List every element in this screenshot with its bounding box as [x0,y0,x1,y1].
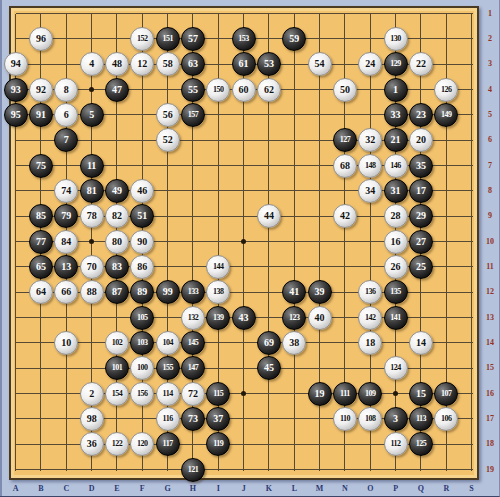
stone-52: 52 [156,128,180,152]
stone-59: 59 [282,27,306,51]
stone-75: 75 [29,154,53,178]
stone-98: 98 [80,407,104,431]
stone-107: 107 [434,382,458,406]
stone-61: 61 [232,52,256,76]
column-label: S [465,484,479,493]
row-label: 8 [482,186,498,195]
stone-5: 5 [80,103,104,127]
stone-111: 111 [333,382,357,406]
stone-139: 139 [206,306,230,330]
stone-114: 114 [156,382,180,406]
stone-43: 43 [232,306,256,330]
row-label: 9 [482,211,498,220]
star-point [393,391,398,396]
stone-44: 44 [257,204,281,228]
stone-65: 65 [29,255,53,279]
stone-108: 108 [358,407,382,431]
stone-68: 68 [333,154,357,178]
stone-126: 126 [434,78,458,102]
stone-83: 83 [105,255,129,279]
stone-81: 81 [80,179,104,203]
column-label: B [34,484,48,493]
stone-149: 149 [434,103,458,127]
stone-49: 49 [105,179,129,203]
row-label: 11 [482,262,498,271]
stone-127: 127 [333,128,357,152]
stone-2: 2 [80,382,104,406]
stone-6: 6 [54,103,78,127]
stone-58: 58 [156,52,180,76]
row-label: 18 [482,439,498,448]
stone-8: 8 [54,78,78,102]
stone-90: 90 [130,230,154,254]
grid-line-horizontal [16,342,473,343]
stone-21: 21 [384,128,408,152]
stone-105: 105 [130,306,154,330]
row-label: 1 [482,9,498,18]
stone-16: 16 [384,230,408,254]
row-label: 2 [482,34,498,43]
stone-3: 3 [384,407,408,431]
stone-1: 1 [384,78,408,102]
stone-95: 95 [4,103,28,127]
stone-132: 132 [181,306,205,330]
stone-42: 42 [333,204,357,228]
stone-13: 13 [54,255,78,279]
stone-144: 144 [206,255,230,279]
stone-4: 4 [80,52,104,76]
stone-129: 129 [384,52,408,76]
grid-line-horizontal [16,469,473,470]
stone-88: 88 [80,280,104,304]
column-label: M [313,484,327,493]
stone-57: 57 [181,27,205,51]
stone-50: 50 [333,78,357,102]
stone-77: 77 [29,230,53,254]
stone-157: 157 [181,103,205,127]
stone-69: 69 [257,331,281,355]
column-label: L [287,484,301,493]
row-label: 6 [482,135,498,144]
stone-135: 135 [384,280,408,304]
stone-25: 25 [409,255,433,279]
stone-146: 146 [384,154,408,178]
column-label: D [85,484,99,493]
stone-78: 78 [80,204,104,228]
star-point [241,239,246,244]
stone-156: 156 [130,382,154,406]
stone-148: 148 [358,154,382,178]
stone-41: 41 [282,280,306,304]
stone-87: 87 [105,280,129,304]
board-frame: 9615215157153591309444812586361535424129… [0,0,500,497]
stone-125: 125 [409,432,433,456]
stone-7: 7 [54,128,78,152]
row-label: 4 [482,85,498,94]
stone-136: 136 [358,280,382,304]
stone-150: 150 [206,78,230,102]
stone-89: 89 [130,280,154,304]
stone-12: 12 [130,52,154,76]
stone-32: 32 [358,128,382,152]
stone-17: 17 [409,179,433,203]
column-label: Q [414,484,428,493]
row-label: 16 [482,389,498,398]
star-point [89,239,94,244]
stone-56: 56 [156,103,180,127]
stone-120: 120 [130,432,154,456]
column-label: F [135,484,149,493]
stone-117: 117 [156,432,180,456]
stone-40: 40 [308,306,332,330]
column-label: P [389,484,403,493]
stone-101: 101 [105,356,129,380]
stone-22: 22 [409,52,433,76]
column-label: G [161,484,175,493]
star-point [241,391,246,396]
stone-151: 151 [156,27,180,51]
row-label: 10 [482,237,498,246]
grid-line-vertical [294,14,295,471]
stone-39: 39 [308,280,332,304]
stone-152: 152 [130,27,154,51]
stone-63: 63 [181,52,205,76]
stone-28: 28 [384,204,408,228]
row-label: 7 [482,161,498,170]
stone-142: 142 [358,306,382,330]
stone-45: 45 [257,356,281,380]
row-label: 19 [482,465,498,474]
row-label: 17 [482,414,498,423]
column-label: I [211,484,225,493]
stone-24: 24 [358,52,382,76]
stone-18: 18 [358,331,382,355]
stone-147: 147 [181,356,205,380]
stone-115: 115 [206,382,230,406]
stone-91: 91 [29,103,53,127]
row-label: 15 [482,363,498,372]
stone-124: 124 [384,356,408,380]
stone-104: 104 [156,331,180,355]
column-label: C [59,484,73,493]
stone-54: 54 [308,52,332,76]
row-label: 5 [482,110,498,119]
stone-94: 94 [4,52,28,76]
stone-133: 133 [181,280,205,304]
stone-80: 80 [105,230,129,254]
stone-138: 138 [206,280,230,304]
grid-line-vertical [471,14,472,471]
stone-53: 53 [257,52,281,76]
stone-84: 84 [54,230,78,254]
stone-113: 113 [409,407,433,431]
stone-60: 60 [232,78,256,102]
stone-154: 154 [105,382,129,406]
column-label: E [110,484,124,493]
stone-31: 31 [384,179,408,203]
stone-74: 74 [54,179,78,203]
stone-34: 34 [358,179,382,203]
stone-38: 38 [282,331,306,355]
stone-121: 121 [181,458,205,482]
column-label: K [262,484,276,493]
stone-102: 102 [105,331,129,355]
stone-85: 85 [29,204,53,228]
stone-10: 10 [54,331,78,355]
stone-36: 36 [80,432,104,456]
stone-23: 23 [409,103,433,127]
stone-100: 100 [130,356,154,380]
column-label: A [9,484,23,493]
stone-130: 130 [384,27,408,51]
stone-106: 106 [434,407,458,431]
stone-122: 122 [105,432,129,456]
column-label: O [363,484,377,493]
stone-145: 145 [181,331,205,355]
stone-93: 93 [4,78,28,102]
stone-116: 116 [156,407,180,431]
row-label: 13 [482,313,498,322]
stone-47: 47 [105,78,129,102]
stone-20: 20 [409,128,433,152]
column-label: H [186,484,200,493]
stone-70: 70 [80,255,104,279]
stone-123: 123 [282,306,306,330]
stone-46: 46 [130,179,154,203]
stone-96: 96 [29,27,53,51]
stone-64: 64 [29,280,53,304]
stone-33: 33 [384,103,408,127]
go-board[interactable]: 9615215157153591309444812586361535424129… [3,1,484,482]
column-label: J [237,484,251,493]
stone-19: 19 [308,382,332,406]
stone-86: 86 [130,255,154,279]
stone-29: 29 [409,204,433,228]
stone-82: 82 [105,204,129,228]
stone-14: 14 [409,331,433,355]
stone-35: 35 [409,154,433,178]
stone-72: 72 [181,382,205,406]
stone-51: 51 [130,204,154,228]
stone-15: 15 [409,382,433,406]
column-label: N [338,484,352,493]
stone-11: 11 [80,154,104,178]
stone-155: 155 [156,356,180,380]
stone-110: 110 [333,407,357,431]
stone-27: 27 [409,230,433,254]
stone-112: 112 [384,432,408,456]
stone-48: 48 [105,52,129,76]
stone-103: 103 [130,331,154,355]
grid-line-horizontal [16,13,473,14]
stone-37: 37 [206,407,230,431]
stone-73: 73 [181,407,205,431]
row-label: 12 [482,287,498,296]
stone-62: 62 [257,78,281,102]
row-label: 14 [482,338,498,347]
stone-99: 99 [156,280,180,304]
stone-92: 92 [29,78,53,102]
stone-109: 109 [358,382,382,406]
stone-55: 55 [181,78,205,102]
column-label: R [439,484,453,493]
stone-141: 141 [384,306,408,330]
stone-79: 79 [54,204,78,228]
stone-119: 119 [206,432,230,456]
stone-66: 66 [54,280,78,304]
star-point [89,87,94,92]
stone-26: 26 [384,255,408,279]
row-label: 3 [482,59,498,68]
stone-153: 153 [232,27,256,51]
